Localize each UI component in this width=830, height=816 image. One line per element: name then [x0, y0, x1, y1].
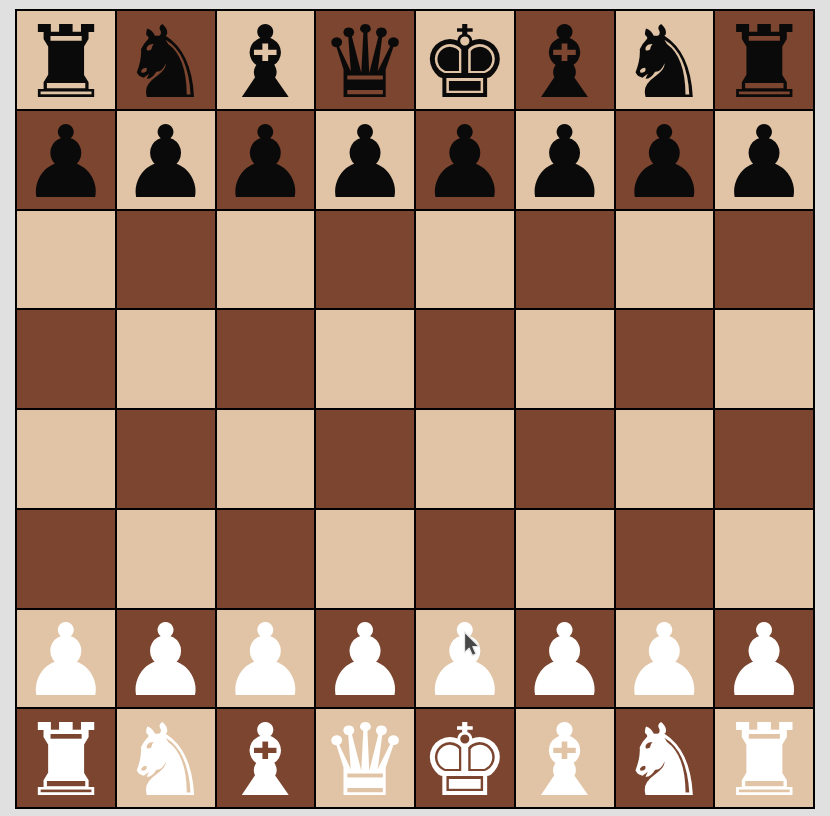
- piece-white-bishop[interactable]: ♝: [520, 711, 610, 807]
- piece-white-pawn[interactable]: ♟: [719, 611, 809, 707]
- square-h4[interactable]: [715, 410, 813, 508]
- piece-white-pawn[interactable]: ♟: [520, 611, 610, 707]
- square-h7[interactable]: ♟: [715, 111, 813, 209]
- square-b2[interactable]: ♟: [117, 610, 215, 708]
- square-c6[interactable]: [217, 211, 315, 309]
- square-b1[interactable]: ♞: [117, 709, 215, 807]
- square-h3[interactable]: [715, 510, 813, 608]
- square-h5[interactable]: [715, 310, 813, 408]
- square-f2[interactable]: ♟: [516, 610, 614, 708]
- piece-black-king[interactable]: ♚: [420, 13, 510, 109]
- piece-white-knight[interactable]: ♞: [121, 711, 211, 807]
- square-e3[interactable]: [416, 510, 514, 608]
- square-a1[interactable]: ♜: [17, 709, 115, 807]
- piece-white-bishop[interactable]: ♝: [221, 711, 311, 807]
- square-g3[interactable]: [616, 510, 714, 608]
- square-e5[interactable]: [416, 310, 514, 408]
- chess-board: ♜♞♝♛♚♝♞♜♟♟♟♟♟♟♟♟♟♟♟♟♟♟♟♟♜♞♝♛♚♝♞♜: [15, 9, 815, 809]
- square-e6[interactable]: [416, 211, 514, 309]
- square-a8[interactable]: ♜: [17, 11, 115, 109]
- piece-white-rook[interactable]: ♜: [719, 711, 809, 807]
- piece-white-pawn[interactable]: ♟: [420, 611, 510, 707]
- square-c4[interactable]: [217, 410, 315, 508]
- square-f8[interactable]: ♝: [516, 11, 614, 109]
- piece-white-pawn[interactable]: ♟: [620, 611, 710, 707]
- square-b6[interactable]: [117, 211, 215, 309]
- square-g4[interactable]: [616, 410, 714, 508]
- square-h8[interactable]: ♜: [715, 11, 813, 109]
- square-c2[interactable]: ♟: [217, 610, 315, 708]
- square-d6[interactable]: [316, 211, 414, 309]
- square-c5[interactable]: [217, 310, 315, 408]
- square-d4[interactable]: [316, 410, 414, 508]
- piece-white-rook[interactable]: ♜: [21, 711, 111, 807]
- piece-black-knight[interactable]: ♞: [121, 13, 211, 109]
- square-c1[interactable]: ♝: [217, 709, 315, 807]
- square-g5[interactable]: [616, 310, 714, 408]
- piece-black-bishop[interactable]: ♝: [221, 13, 311, 109]
- piece-black-pawn[interactable]: ♟: [221, 113, 311, 209]
- piece-black-pawn[interactable]: ♟: [21, 113, 111, 209]
- square-g6[interactable]: [616, 211, 714, 309]
- square-c8[interactable]: ♝: [217, 11, 315, 109]
- square-g8[interactable]: ♞: [616, 11, 714, 109]
- piece-black-rook[interactable]: ♜: [21, 13, 111, 109]
- square-f4[interactable]: [516, 410, 614, 508]
- square-f3[interactable]: [516, 510, 614, 608]
- piece-white-queen[interactable]: ♛: [320, 711, 410, 807]
- piece-white-knight[interactable]: ♞: [620, 711, 710, 807]
- square-d3[interactable]: [316, 510, 414, 608]
- square-c3[interactable]: [217, 510, 315, 608]
- square-d5[interactable]: [316, 310, 414, 408]
- square-a7[interactable]: ♟: [17, 111, 115, 209]
- piece-white-pawn[interactable]: ♟: [320, 611, 410, 707]
- square-c7[interactable]: ♟: [217, 111, 315, 209]
- piece-white-pawn[interactable]: ♟: [21, 611, 111, 707]
- piece-black-pawn[interactable]: ♟: [320, 113, 410, 209]
- square-d8[interactable]: ♛: [316, 11, 414, 109]
- piece-black-pawn[interactable]: ♟: [719, 113, 809, 209]
- square-b3[interactable]: [117, 510, 215, 608]
- piece-black-pawn[interactable]: ♟: [121, 113, 211, 209]
- piece-black-knight[interactable]: ♞: [620, 13, 710, 109]
- square-e1[interactable]: ♚: [416, 709, 514, 807]
- square-b7[interactable]: ♟: [117, 111, 215, 209]
- piece-black-pawn[interactable]: ♟: [620, 113, 710, 209]
- square-g7[interactable]: ♟: [616, 111, 714, 209]
- piece-black-pawn[interactable]: ♟: [520, 113, 610, 209]
- piece-white-pawn[interactable]: ♟: [221, 611, 311, 707]
- piece-white-pawn[interactable]: ♟: [121, 611, 211, 707]
- square-g1[interactable]: ♞: [616, 709, 714, 807]
- square-a4[interactable]: [17, 410, 115, 508]
- piece-black-bishop[interactable]: ♝: [520, 13, 610, 109]
- square-b4[interactable]: [117, 410, 215, 508]
- square-b5[interactable]: [117, 310, 215, 408]
- square-e8[interactable]: ♚: [416, 11, 514, 109]
- square-f5[interactable]: [516, 310, 614, 408]
- square-e4[interactable]: [416, 410, 514, 508]
- piece-white-king[interactable]: ♚: [420, 711, 510, 807]
- square-a5[interactable]: [17, 310, 115, 408]
- square-d7[interactable]: ♟: [316, 111, 414, 209]
- square-h6[interactable]: [715, 211, 813, 309]
- piece-black-pawn[interactable]: ♟: [420, 113, 510, 209]
- square-h1[interactable]: ♜: [715, 709, 813, 807]
- square-f7[interactable]: ♟: [516, 111, 614, 209]
- square-a6[interactable]: [17, 211, 115, 309]
- page: { "game": "chess", "position": { "fen": …: [0, 0, 830, 816]
- square-f6[interactable]: [516, 211, 614, 309]
- square-d1[interactable]: ♛: [316, 709, 414, 807]
- piece-black-queen[interactable]: ♛: [320, 13, 410, 109]
- square-a3[interactable]: [17, 510, 115, 608]
- square-f1[interactable]: ♝: [516, 709, 614, 807]
- square-h2[interactable]: ♟: [715, 610, 813, 708]
- square-e7[interactable]: ♟: [416, 111, 514, 209]
- square-g2[interactable]: ♟: [616, 610, 714, 708]
- square-e2[interactable]: ♟: [416, 610, 514, 708]
- square-a2[interactable]: ♟: [17, 610, 115, 708]
- piece-black-rook[interactable]: ♜: [719, 13, 809, 109]
- square-b8[interactable]: ♞: [117, 11, 215, 109]
- square-d2[interactable]: ♟: [316, 610, 414, 708]
